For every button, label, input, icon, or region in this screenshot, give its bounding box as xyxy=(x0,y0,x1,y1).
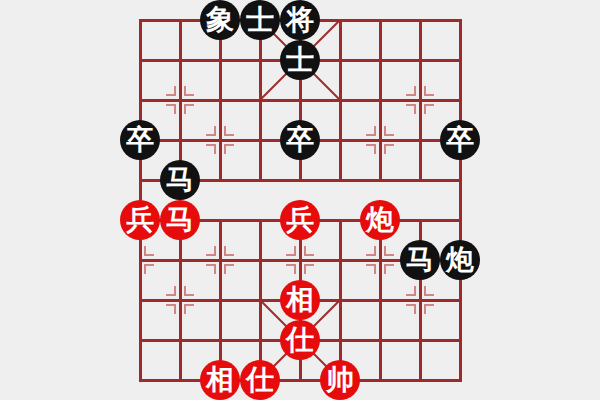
piece-black-elephant[interactable]: 象 xyxy=(200,0,240,40)
piece-red-horse[interactable]: 马 xyxy=(160,200,200,240)
piece-black-horse[interactable]: 马 xyxy=(400,240,440,280)
piece-red-elephant[interactable]: 相 xyxy=(280,280,320,320)
piece-black-cannon[interactable]: 炮 xyxy=(440,240,480,280)
piece-red-elephant[interactable]: 相 xyxy=(200,360,240,400)
piece-black-horse[interactable]: 马 xyxy=(160,160,200,200)
piece-red-soldier[interactable]: 兵 xyxy=(280,200,320,240)
piece-black-advisor[interactable]: 士 xyxy=(240,0,280,40)
piece-red-advisor[interactable]: 仕 xyxy=(280,320,320,360)
piece-black-general[interactable]: 将 xyxy=(280,0,320,40)
piece-black-soldier[interactable]: 卒 xyxy=(280,120,320,160)
piece-red-soldier[interactable]: 兵 xyxy=(120,200,160,240)
board-grid: 象士将士卒卒卒马兵马兵炮马炮相仕相仕帅 xyxy=(120,0,480,400)
piece-black-advisor[interactable]: 士 xyxy=(280,40,320,80)
piece-black-soldier[interactable]: 卒 xyxy=(120,120,160,160)
piece-black-soldier[interactable]: 卒 xyxy=(440,120,480,160)
piece-red-cannon[interactable]: 炮 xyxy=(360,200,400,240)
xiangqi-board: 象士将士卒卒卒马兵马兵炮马炮相仕相仕帅 xyxy=(0,0,600,400)
piece-red-general[interactable]: 帅 xyxy=(320,360,360,400)
piece-red-advisor[interactable]: 仕 xyxy=(240,360,280,400)
